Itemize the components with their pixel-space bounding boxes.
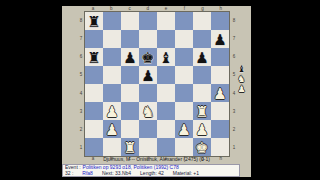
square-g1: ♚ (193, 138, 211, 156)
square-g4 (193, 84, 211, 102)
square-b5 (103, 66, 121, 84)
coord-label: 7 (231, 29, 237, 47)
square-c5 (121, 66, 139, 84)
square-a7 (85, 30, 103, 48)
players-line: Djurhuus, M -- Onischuk, Alexander (2475… (62, 156, 251, 162)
black-rook: ♜ (87, 50, 100, 65)
square-f5 (175, 66, 193, 84)
coord-label: 6 (231, 48, 237, 66)
white-pawn: ♟ (213, 86, 226, 101)
square-h8 (211, 12, 229, 30)
square-e5 (157, 66, 175, 84)
tray-black-bishop: ♝ (237, 65, 245, 74)
square-f2: ♟ (175, 120, 193, 138)
square-f7 (175, 30, 193, 48)
video-frame: abcdefgh 87654321 ♜♟♜♟♚♝♟♟♟♟♞♜♟♟♟♜♚ 8765… (0, 0, 320, 180)
square-d7 (139, 30, 157, 48)
square-e8 (157, 12, 175, 30)
chess-board: abcdefgh 87654321 ♜♟♜♟♚♝♟♟♟♟♞♜♟♟♟♜♚ 8765… (78, 7, 237, 164)
next-move: Next: 33.Nb4 (102, 171, 131, 177)
square-c7 (121, 30, 139, 48)
black-pawn: ♟ (123, 50, 136, 65)
square-f4 (175, 84, 193, 102)
black-rook: ♜ (87, 14, 100, 29)
square-b2: ♟ (103, 120, 121, 138)
square-f1 (175, 138, 193, 156)
content-panel: abcdefgh 87654321 ♜♟♜♟♚♝♟♟♟♟♞♜♟♟♟♜♚ 8765… (62, 6, 251, 177)
coord-label: 8 (231, 11, 237, 29)
square-e7 (157, 30, 175, 48)
square-a6: ♜ (85, 48, 103, 66)
square-f8 (175, 12, 193, 30)
square-a8: ♜ (85, 12, 103, 30)
square-a3 (85, 102, 103, 120)
square-b7 (103, 30, 121, 48)
square-e1 (157, 138, 175, 156)
tray-white-pawn: ♟ (237, 85, 245, 94)
square-e2 (157, 120, 175, 138)
black-pawn: ♟ (195, 50, 208, 65)
square-g2: ♟ (193, 120, 211, 138)
game-length: Length: 42 (140, 171, 164, 177)
square-b6 (103, 48, 121, 66)
square-h3 (211, 102, 229, 120)
square-g5 (193, 66, 211, 84)
square-c2 (121, 120, 139, 138)
square-e4 (157, 84, 175, 102)
square-h4: ♟ (211, 84, 229, 102)
material-tray: ♝♞♟ (236, 65, 247, 94)
square-d6: ♚ (139, 48, 157, 66)
square-h1 (211, 138, 229, 156)
square-g7 (193, 30, 211, 48)
square-c8 (121, 12, 139, 30)
material-balance: Material: +1 (173, 171, 199, 177)
square-a2 (85, 120, 103, 138)
game-info-box: Event : Politiken op 9293 o18, Politiken… (62, 164, 240, 177)
white-pawn: ♟ (177, 122, 190, 137)
square-d1 (139, 138, 157, 156)
square-f3 (175, 102, 193, 120)
white-king: ♚ (195, 140, 208, 155)
white-rook: ♜ (123, 140, 136, 155)
square-d3: ♞ (139, 102, 157, 120)
black-bishop: ♝ (159, 50, 172, 65)
square-c4 (121, 84, 139, 102)
move-line: 32 : Rfa8 Next: 33.Nb4 Length: 42 Materi… (65, 171, 237, 177)
square-d5: ♟ (139, 66, 157, 84)
move-played: Rfa8 (82, 171, 93, 177)
square-d8 (139, 12, 157, 30)
square-h2 (211, 120, 229, 138)
white-pawn: ♟ (105, 104, 118, 119)
square-e6: ♝ (157, 48, 175, 66)
white-pawn: ♟ (195, 122, 208, 137)
square-g3: ♜ (193, 102, 211, 120)
square-a5 (85, 66, 103, 84)
square-h5 (211, 66, 229, 84)
square-d2 (139, 120, 157, 138)
move-number: 32 : (65, 171, 73, 177)
board-grid: ♜♟♜♟♚♝♟♟♟♟♞♜♟♟♟♜♚ (84, 11, 230, 157)
square-g6: ♟ (193, 48, 211, 66)
coord-label: 3 (231, 102, 237, 120)
white-pawn: ♟ (105, 122, 118, 137)
square-h6 (211, 48, 229, 66)
black-pawn: ♟ (141, 68, 154, 83)
square-g8 (193, 12, 211, 30)
square-c6: ♟ (121, 48, 139, 66)
black-pawn: ♟ (213, 32, 226, 47)
square-c3 (121, 102, 139, 120)
square-b3: ♟ (103, 102, 121, 120)
white-rook: ♜ (195, 104, 208, 119)
square-b8 (103, 12, 121, 30)
square-h7: ♟ (211, 30, 229, 48)
square-b4 (103, 84, 121, 102)
square-a4 (85, 84, 103, 102)
black-king: ♚ (141, 50, 154, 65)
square-d4 (139, 84, 157, 102)
square-c1: ♜ (121, 138, 139, 156)
square-f6 (175, 48, 193, 66)
white-knight: ♞ (141, 104, 154, 119)
coord-label: 1 (231, 139, 237, 157)
tray-white-knight: ♞ (237, 75, 245, 84)
square-b1 (103, 138, 121, 156)
square-e3 (157, 102, 175, 120)
coord-label: 2 (231, 121, 237, 139)
square-a1 (85, 138, 103, 156)
